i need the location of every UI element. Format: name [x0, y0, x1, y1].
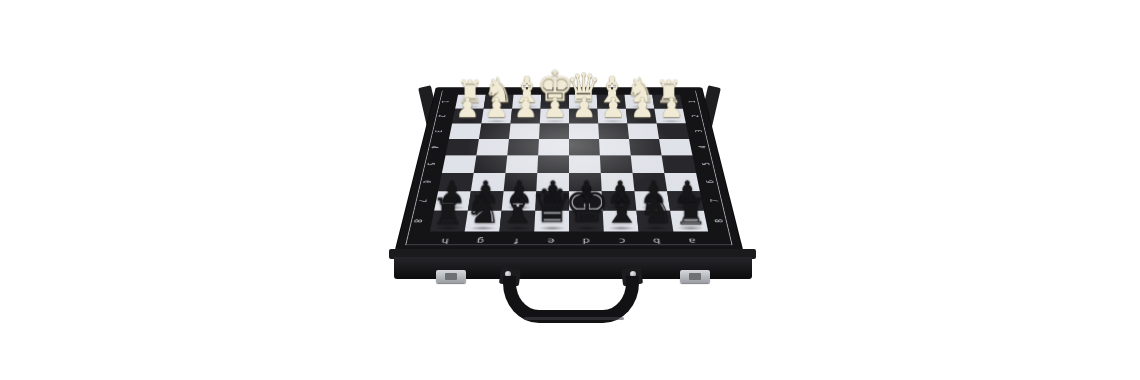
rank-label: 6 [706, 180, 716, 183]
rank-label: 8 [715, 219, 726, 223]
black-rook[interactable]: ♜ [431, 193, 464, 230]
white-pawn[interactable]: ♟ [571, 95, 595, 122]
square-a8[interactable]: ♜ [670, 211, 708, 232]
case-handle [503, 276, 639, 323]
square-c5[interactable] [600, 155, 633, 172]
white-pawn[interactable]: ♟ [659, 95, 683, 122]
board-grid: ♜♞♝♚♛♝♞♜♟♟♟♟♟♟♟♟♟♟♟♟♟♟♟♟♜♞♝♛♚♝♞♜ [430, 95, 708, 232]
case-latch-left [436, 270, 466, 283]
square-e4[interactable] [538, 139, 569, 155]
chess-set-product-photo: hgfedcba 12345678 12345678 hgfedcba ♜♞♝♚… [0, 0, 1140, 380]
square-b5[interactable] [631, 155, 665, 172]
square-g3[interactable] [479, 124, 511, 140]
file-label: c [619, 237, 626, 244]
square-f3[interactable] [509, 124, 540, 140]
file-label: b [653, 237, 661, 244]
file-label: f [514, 237, 519, 244]
square-d3[interactable] [569, 124, 599, 140]
file-label: a [688, 237, 696, 244]
square-h2[interactable]: ♟ [452, 109, 483, 124]
square-c2[interactable]: ♟ [597, 109, 627, 124]
case-latch-right [680, 270, 710, 283]
file-label: g [477, 237, 485, 244]
square-c3[interactable] [598, 124, 629, 140]
square-e5[interactable] [537, 155, 569, 172]
rank-label: 4 [699, 146, 708, 149]
square-d2[interactable]: ♟ [569, 109, 598, 124]
rank-label: 8 [412, 219, 423, 223]
square-g2[interactable]: ♟ [481, 109, 512, 124]
square-h8[interactable]: ♜ [430, 211, 468, 232]
file-label: h [441, 237, 449, 244]
square-b2[interactable]: ♟ [626, 109, 657, 124]
square-b4[interactable] [629, 139, 662, 155]
file-label: c [608, 89, 612, 92]
white-pawn[interactable]: ♟ [484, 95, 508, 122]
rank-label: 7 [417, 199, 427, 202]
rank-label: 1 [689, 101, 698, 103]
black-rook[interactable]: ♜ [674, 193, 707, 230]
square-b8[interactable]: ♞ [636, 211, 673, 232]
file-label: a [663, 89, 668, 92]
black-knight[interactable]: ♞ [637, 188, 674, 229]
square-g5[interactable] [474, 155, 508, 172]
file-label: d [580, 89, 585, 92]
square-f2[interactable]: ♟ [511, 109, 541, 124]
square-e2[interactable]: ♟ [540, 109, 569, 124]
white-pawn[interactable]: ♟ [455, 95, 479, 122]
square-e3[interactable] [539, 124, 569, 140]
chess-board: hgfedcba 12345678 12345678 hgfedcba ♜♞♝♚… [396, 88, 742, 251]
black-knight[interactable]: ♞ [464, 188, 501, 229]
square-d5[interactable] [569, 155, 601, 172]
square-d4[interactable] [569, 139, 600, 155]
file-label: g [498, 89, 503, 92]
rank-label: 2 [692, 115, 701, 118]
square-c8[interactable]: ♝ [603, 211, 639, 232]
scene: hgfedcba 12345678 12345678 hgfedcba ♜♞♝♚… [0, 0, 1140, 380]
square-h3[interactable] [449, 124, 481, 140]
rank-label: 1 [440, 101, 449, 103]
white-pawn[interactable]: ♟ [542, 95, 566, 122]
square-a2[interactable]: ♟ [654, 109, 685, 124]
white-pawn[interactable]: ♟ [513, 95, 537, 122]
file-label: e [553, 89, 557, 92]
square-a5[interactable] [662, 155, 696, 172]
square-c4[interactable] [599, 139, 631, 155]
square-h5[interactable] [442, 155, 476, 172]
square-g4[interactable] [476, 139, 509, 155]
square-a4[interactable] [659, 139, 692, 155]
file-label: e [548, 237, 555, 244]
rank-label: 7 [711, 199, 721, 202]
rank-label: 4 [430, 146, 439, 149]
rank-label: 6 [422, 180, 432, 183]
square-g8[interactable]: ♞ [465, 211, 502, 232]
file-labels-near: hgfedcba [426, 233, 711, 249]
file-label: d [583, 237, 590, 244]
white-pawn[interactable]: ♟ [601, 95, 625, 122]
rank-label: 5 [426, 162, 436, 165]
square-f4[interactable] [507, 139, 539, 155]
square-b3[interactable] [627, 124, 659, 140]
square-a3[interactable] [657, 124, 689, 140]
rank-label: 3 [433, 130, 442, 133]
file-label: b [635, 89, 640, 92]
square-d8[interactable]: ♚ [569, 211, 604, 232]
file-label: f [526, 89, 529, 92]
white-pawn[interactable]: ♟ [630, 95, 654, 122]
rank-label: 2 [437, 115, 446, 118]
rank-label: 5 [702, 162, 712, 165]
square-h4[interactable] [446, 139, 479, 155]
black-bishop[interactable]: ♝ [601, 186, 640, 230]
square-f5[interactable] [505, 155, 538, 172]
file-label: h [470, 89, 475, 92]
rank-label: 3 [695, 130, 704, 133]
